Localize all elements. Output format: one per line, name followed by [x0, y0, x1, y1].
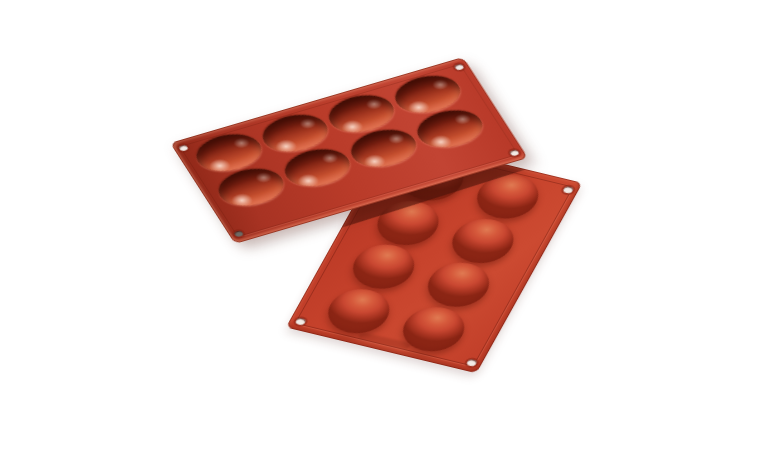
corner-hole — [178, 144, 189, 151]
product-photo — [0, 0, 760, 470]
corner-hole — [562, 185, 574, 193]
corner-hole — [509, 149, 520, 156]
mold-dome — [443, 213, 523, 268]
mold-dome — [368, 195, 448, 250]
corner-hole — [454, 63, 465, 70]
mold-dome — [319, 284, 399, 339]
mold-dome — [468, 169, 548, 224]
cavity-grid — [170, 57, 463, 143]
corner-hole — [233, 230, 244, 237]
mold-dome — [344, 239, 424, 294]
mold-dome — [419, 257, 499, 312]
corner-hole — [465, 358, 477, 366]
corner-hole — [294, 317, 306, 325]
